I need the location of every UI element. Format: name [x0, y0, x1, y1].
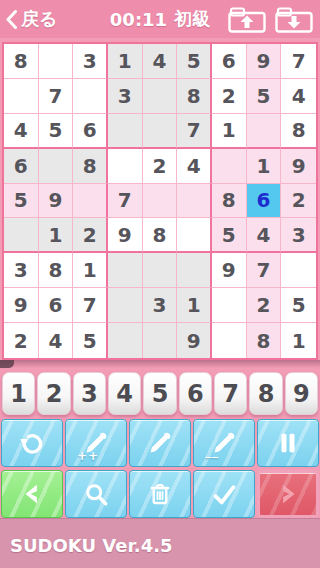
- cell-r4c2[interactable]: [39, 149, 74, 184]
- numpad-1[interactable]: 1: [2, 372, 35, 415]
- pause-button[interactable]: [257, 419, 319, 467]
- file-buttons: [227, 5, 314, 33]
- cell-r6c4[interactable]: 9: [108, 218, 143, 253]
- delete-button[interactable]: [129, 470, 191, 518]
- cell-r1c1[interactable]: 8: [4, 44, 39, 79]
- cell-r9c8[interactable]: 8: [247, 323, 282, 358]
- cell-r6c7[interactable]: 5: [212, 218, 247, 253]
- arrow-left-icon: [19, 481, 45, 507]
- numpad-5[interactable]: 5: [143, 372, 176, 415]
- cell-r1c8[interactable]: 9: [247, 44, 282, 79]
- pencil-remove-button[interactable]: __: [193, 419, 255, 467]
- cell-r5c2[interactable]: 9: [39, 184, 74, 219]
- numpad-6[interactable]: 6: [179, 372, 212, 415]
- cell-r8c7[interactable]: [212, 288, 247, 323]
- pause-icon: [275, 430, 301, 456]
- toolbar-row-1: ++ __: [0, 419, 320, 467]
- cell-r2c9[interactable]: 4: [281, 79, 316, 114]
- cell-r4c6[interactable]: 4: [177, 149, 212, 184]
- cell-r5c7[interactable]: 8: [212, 184, 247, 219]
- cell-r5c1[interactable]: 5: [4, 184, 39, 219]
- cell-r5c8[interactable]: 6: [247, 184, 282, 219]
- cell-r3c8[interactable]: [247, 114, 282, 149]
- number-pad: 123456789: [0, 372, 320, 415]
- load-button[interactable]: [274, 5, 314, 33]
- next-button[interactable]: [257, 470, 319, 518]
- numpad-4[interactable]: 4: [108, 372, 141, 415]
- pencil-minus-badge: __: [205, 444, 219, 458]
- cell-r6c1[interactable]: [4, 218, 39, 253]
- cell-r3c3[interactable]: 6: [73, 114, 108, 149]
- chevron-left-icon: [6, 10, 17, 29]
- cell-r3c4[interactable]: [108, 114, 143, 149]
- cell-r1c2[interactable]: [39, 44, 74, 79]
- prev-button[interactable]: [1, 470, 63, 518]
- cell-r3c2[interactable]: 5: [39, 114, 74, 149]
- pencil-plus-badge: ++: [77, 449, 99, 463]
- pencil-add-button[interactable]: ++: [65, 419, 127, 467]
- footer-bar: SUDOKU Ver.4.5: [0, 518, 320, 568]
- magnifier-icon: [83, 481, 110, 508]
- cell-r9c9[interactable]: 1: [281, 323, 316, 358]
- timer-value: 00:11: [110, 9, 167, 30]
- cell-r8c2[interactable]: 6: [39, 288, 74, 323]
- cell-r2c1[interactable]: [4, 79, 39, 114]
- numpad-8[interactable]: 8: [249, 372, 282, 415]
- folder-upload-icon: [228, 6, 266, 33]
- cell-r4c7[interactable]: [212, 149, 247, 184]
- cell-r1c7[interactable]: 6: [212, 44, 247, 79]
- cell-r7c3[interactable]: 1: [73, 253, 108, 288]
- cell-r8c9[interactable]: 5: [281, 288, 316, 323]
- cell-r5c4[interactable]: 7: [108, 184, 143, 219]
- cell-r7c9[interactable]: [281, 253, 316, 288]
- check-icon: [211, 481, 238, 508]
- cell-r1c9[interactable]: 7: [281, 44, 316, 79]
- cell-r8c3[interactable]: 7: [73, 288, 108, 323]
- cell-r6c3[interactable]: 2: [73, 218, 108, 253]
- cell-r7c1[interactable]: 3: [4, 253, 39, 288]
- cell-r9c2[interactable]: 4: [39, 323, 74, 358]
- cell-r8c8[interactable]: 2: [247, 288, 282, 323]
- cell-r5c5[interactable]: [143, 184, 178, 219]
- cell-r1c3[interactable]: 3: [73, 44, 108, 79]
- toolbar-row-2: [0, 470, 320, 518]
- version-label: SUDOKU Ver.4.5: [10, 535, 173, 556]
- back-button[interactable]: 戻る: [6, 7, 57, 31]
- sudoku-board: 8314569773825445671868241959786212985433…: [2, 42, 318, 360]
- cell-r2c7[interactable]: 2: [212, 79, 247, 114]
- cell-r9c3[interactable]: 5: [73, 323, 108, 358]
- cell-r7c4[interactable]: [108, 253, 143, 288]
- arrow-right-icon: [275, 481, 301, 507]
- board-shadow: [0, 360, 320, 368]
- cell-r5c6[interactable]: [177, 184, 212, 219]
- cell-r4c9[interactable]: 9: [281, 149, 316, 184]
- cell-r8c6[interactable]: 1: [177, 288, 212, 323]
- numpad-2[interactable]: 2: [37, 372, 70, 415]
- cell-r9c4[interactable]: [108, 323, 143, 358]
- cell-r2c8[interactable]: 5: [247, 79, 282, 114]
- cell-r2c5[interactable]: [143, 79, 178, 114]
- cell-r8c1[interactable]: 9: [4, 288, 39, 323]
- numpad-9[interactable]: 9: [285, 372, 318, 415]
- cell-r3c7[interactable]: 1: [212, 114, 247, 149]
- cell-r5c9[interactable]: 2: [281, 184, 316, 219]
- cell-r6c8[interactable]: 4: [247, 218, 282, 253]
- cell-r4c1[interactable]: 6: [4, 149, 39, 184]
- cell-r3c5[interactable]: [143, 114, 178, 149]
- cell-r1c4[interactable]: 1: [108, 44, 143, 79]
- cell-r3c6[interactable]: 7: [177, 114, 212, 149]
- save-button[interactable]: [227, 5, 267, 33]
- cell-r2c3[interactable]: [73, 79, 108, 114]
- cell-r2c2[interactable]: 7: [39, 79, 74, 114]
- trash-icon: [147, 481, 173, 507]
- cell-r4c5[interactable]: 2: [143, 149, 178, 184]
- back-label: 戻る: [21, 7, 57, 31]
- cell-r7c6[interactable]: [177, 253, 212, 288]
- cell-r8c5[interactable]: 3: [143, 288, 178, 323]
- cell-r3c1[interactable]: 4: [4, 114, 39, 149]
- cell-r1c5[interactable]: 4: [143, 44, 178, 79]
- cell-r7c2[interactable]: 8: [39, 253, 74, 288]
- cell-r9c6[interactable]: 9: [177, 323, 212, 358]
- zoom-button[interactable]: [65, 470, 127, 518]
- cell-r6c9[interactable]: 3: [281, 218, 316, 253]
- cell-r6c2[interactable]: 1: [39, 218, 74, 253]
- pencil-button[interactable]: [129, 419, 191, 467]
- check-button[interactable]: [193, 470, 255, 518]
- cell-r6c6[interactable]: [177, 218, 212, 253]
- cell-r7c5[interactable]: [143, 253, 178, 288]
- cell-r1c6[interactable]: 5: [177, 44, 212, 79]
- cell-r9c1[interactable]: 2: [4, 323, 39, 358]
- cell-r9c7[interactable]: [212, 323, 247, 358]
- cell-r7c8[interactable]: 7: [247, 253, 282, 288]
- cell-r4c3[interactable]: 8: [73, 149, 108, 184]
- cell-r8c4[interactable]: [108, 288, 143, 323]
- undo-icon: [18, 429, 46, 457]
- numpad-7[interactable]: 7: [214, 372, 247, 415]
- cell-r4c4[interactable]: [108, 149, 143, 184]
- cell-r5c3[interactable]: [73, 184, 108, 219]
- sudoku-app-screen: 戻る 00:11 初級 831456977382: [0, 0, 320, 568]
- cell-r9c5[interactable]: [143, 323, 178, 358]
- folder-download-icon: [275, 6, 313, 33]
- numpad-3[interactable]: 3: [73, 372, 106, 415]
- cell-r2c4[interactable]: 3: [108, 79, 143, 114]
- undo-button[interactable]: [1, 419, 63, 467]
- cell-r6c5[interactable]: 8: [143, 218, 178, 253]
- difficulty-label: 初級: [174, 7, 210, 31]
- cell-r7c7[interactable]: 9: [212, 253, 247, 288]
- cell-r4c8[interactable]: 1: [247, 149, 282, 184]
- cell-r2c6[interactable]: 8: [177, 79, 212, 114]
- pencil-icon: [147, 430, 173, 456]
- cell-r3c9[interactable]: 8: [281, 114, 316, 149]
- top-bar: 戻る 00:11 初級: [0, 0, 320, 38]
